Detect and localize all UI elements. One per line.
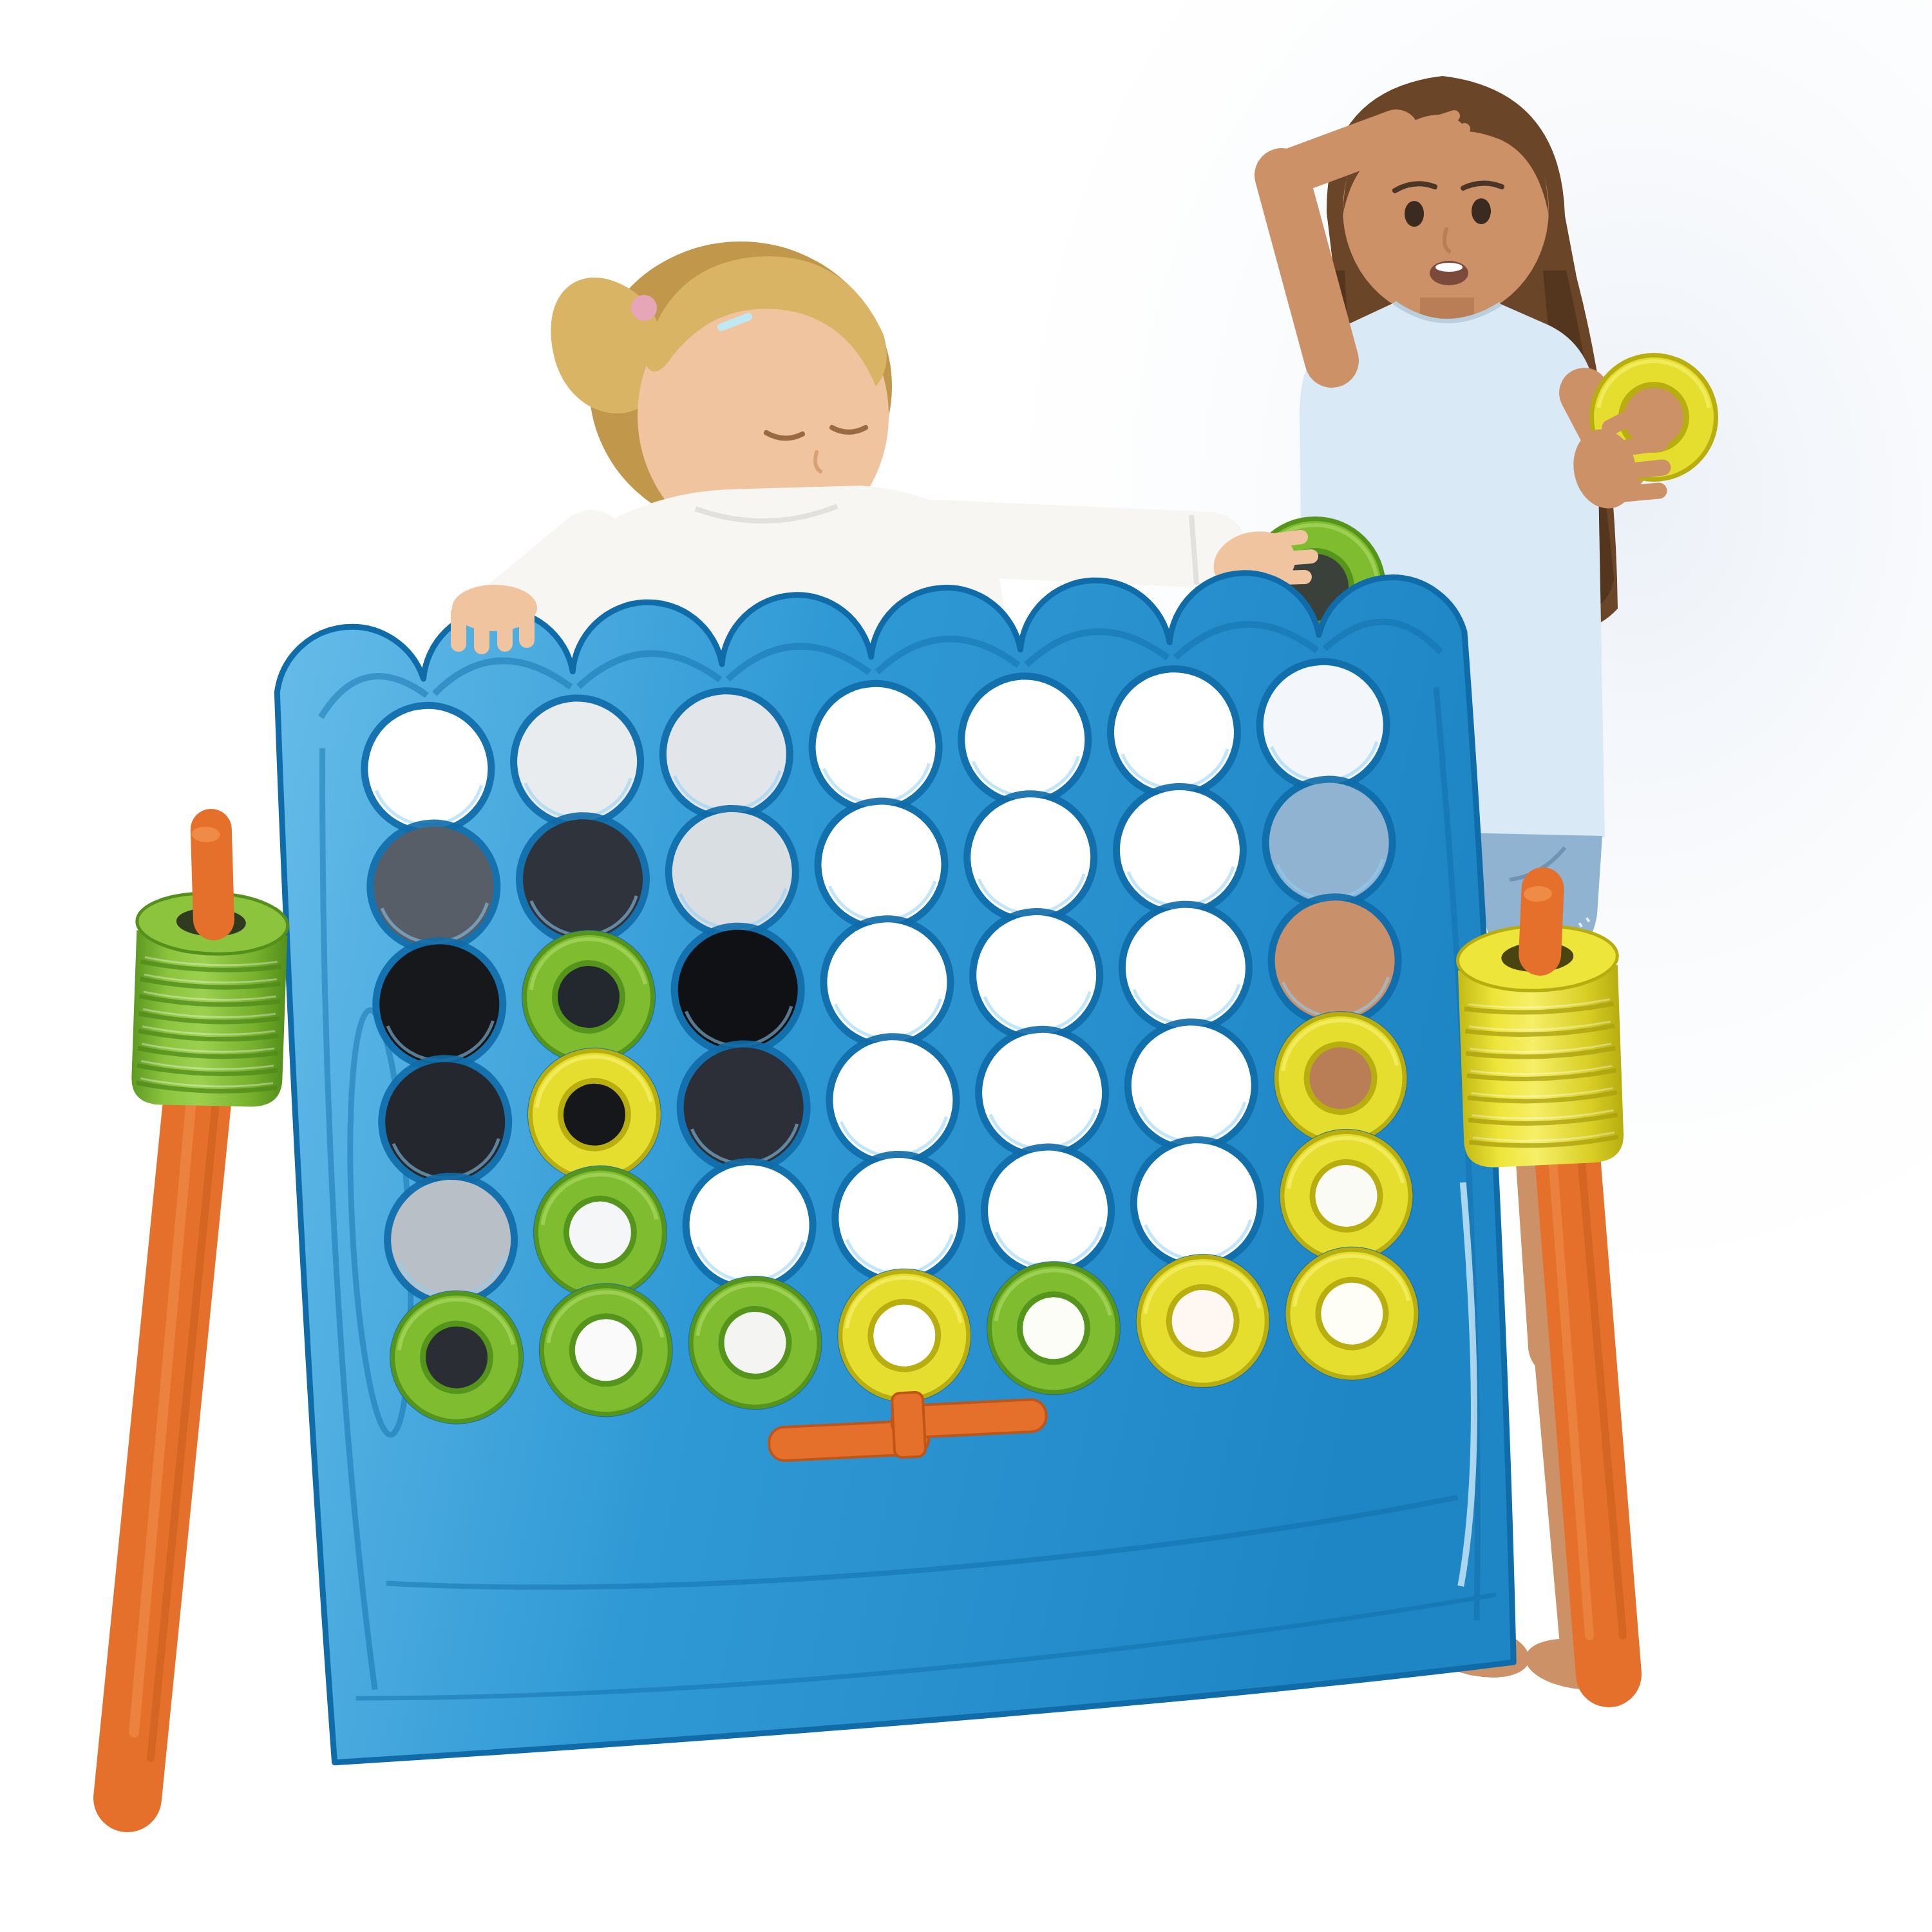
child-right-teeth xyxy=(1435,263,1463,272)
game-board xyxy=(271,562,1522,1763)
child-left-ponytail-tie xyxy=(631,295,657,321)
product-photo xyxy=(0,0,1932,1932)
child-right-eye-left xyxy=(1405,201,1424,227)
child-left-right-sleeve xyxy=(921,537,1209,550)
giant-connect-four-scene xyxy=(0,0,1932,1932)
child-left-right-fingers xyxy=(1259,537,1311,578)
release-slider-tab xyxy=(892,1392,926,1457)
child-right-eye-right xyxy=(1472,198,1491,224)
left-storage-peg xyxy=(208,829,217,920)
